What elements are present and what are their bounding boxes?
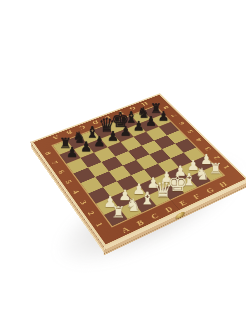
piece-black-pawn: ♟ — [118, 125, 133, 138]
piece-white-knight: ♞ — [125, 197, 142, 214]
chess-set-product-photo: ABCDEFGH ABCDEFGH 87654321 87654321 ♜♞♝♛… — [0, 0, 246, 328]
piece-black-pawn: ♟ — [65, 146, 80, 160]
brass-clasp-icon — [176, 211, 185, 220]
piece-black-pawn: ♟ — [131, 120, 146, 133]
piece-white-rook: ♜ — [110, 205, 127, 221]
piece-black-pawn: ♟ — [92, 135, 107, 149]
chess-board: ABCDEFGH ABCDEFGH 87654321 87654321 ♜♞♝♛… — [31, 93, 246, 247]
piece-black-pawn: ♟ — [105, 130, 120, 143]
scene: ABCDEFGH ABCDEFGH 87654321 87654321 ♜♞♝♛… — [0, 0, 246, 328]
piece-black-pawn: ♟ — [78, 140, 93, 154]
